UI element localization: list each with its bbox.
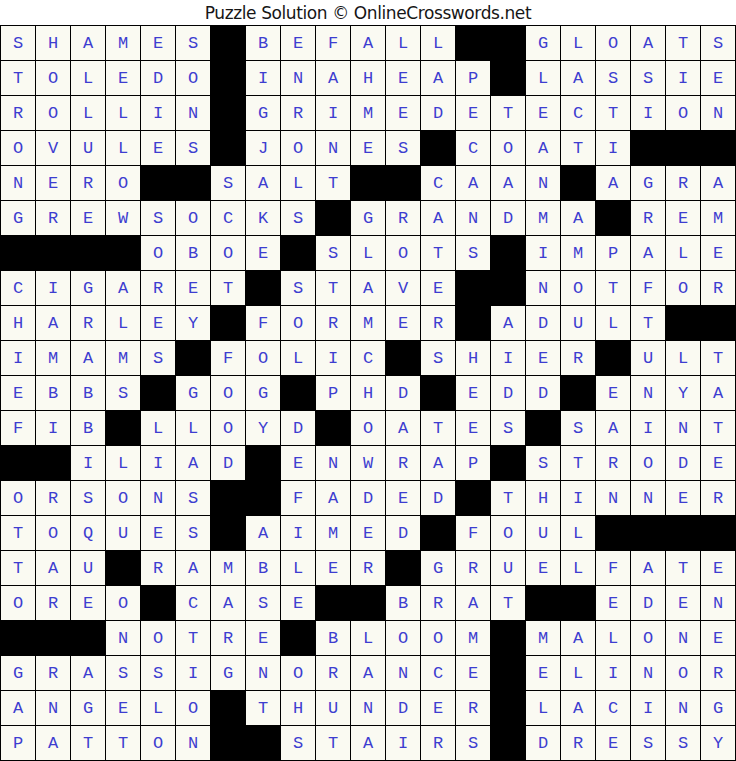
letter-cell-r20c18: C [596, 691, 631, 726]
letter-cell-r9c13: R [421, 306, 456, 341]
letter-cell-r13c10: N [316, 446, 351, 481]
letter-cell-r7c18: P [596, 236, 631, 271]
letter-cell-r2c17: A [561, 61, 596, 96]
letter-cell-r17c19: D [631, 586, 666, 621]
letter-cell-r1c12: L [386, 26, 421, 61]
letter-cell-r19c7: G [211, 656, 246, 691]
letter-cell-r6c19: R [631, 201, 666, 236]
letter-cell-r12c5: L [141, 411, 176, 446]
letter-cell-r9c10: R [316, 306, 351, 341]
letter-cell-r8c20: O [666, 271, 701, 306]
letter-cell-r5c10: T [316, 166, 351, 201]
letter-cell-r21c18: E [596, 726, 631, 761]
block-cell-r16c12 [386, 551, 421, 586]
letter-cell-r19c1: G [1, 656, 36, 691]
letter-cell-r2c18: S [596, 61, 631, 96]
letter-cell-r8c16: N [526, 271, 561, 306]
letter-cell-r7c14: S [456, 236, 491, 271]
block-cell-r4c7 [211, 131, 246, 166]
letter-cell-r12c13: T [421, 411, 456, 446]
block-cell-r12c4 [106, 411, 141, 446]
block-cell-r10c12 [386, 341, 421, 376]
letter-cell-r14c11: D [351, 481, 386, 516]
letter-cell-r13c9: E [281, 446, 316, 481]
block-cell-r10c6 [176, 341, 211, 376]
letter-cell-r7c20: L [666, 236, 701, 271]
letter-cell-r19c19: N [631, 656, 666, 691]
block-cell-r5c11 [351, 166, 386, 201]
block-cell-r21c8 [246, 726, 281, 761]
letter-cell-r21c21: Y [701, 726, 736, 761]
letter-cell-r13c7: D [211, 446, 246, 481]
letter-cell-r17c6: C [176, 586, 211, 621]
letter-cell-r21c13: R [421, 726, 456, 761]
letter-cell-r3c17: C [561, 96, 596, 131]
letter-cell-r5c7: S [211, 166, 246, 201]
letter-cell-r19c21: R [701, 656, 736, 691]
letter-cell-r8c19: F [631, 271, 666, 306]
letter-cell-r16c5: R [141, 551, 176, 586]
letter-cell-r1c8: B [246, 26, 281, 61]
letter-cell-r9c5: E [141, 306, 176, 341]
letter-cell-r19c4: S [106, 656, 141, 691]
letter-cell-r2c9: N [281, 61, 316, 96]
letter-cell-r21c12: I [386, 726, 421, 761]
letter-cell-r19c10: R [316, 656, 351, 691]
block-cell-r9c7 [211, 306, 246, 341]
letter-cell-r12c2: I [36, 411, 71, 446]
block-cell-r7c2 [36, 236, 71, 271]
letter-cell-r9c4: L [106, 306, 141, 341]
letter-cell-r18c19: O [631, 621, 666, 656]
letter-cell-r11c18: E [596, 376, 631, 411]
letter-cell-r3c21: N [701, 96, 736, 131]
letter-cell-r13c18: R [596, 446, 631, 481]
block-cell-r15c21 [701, 516, 736, 551]
letter-cell-r16c10: E [316, 551, 351, 586]
letter-cell-r4c16: A [526, 131, 561, 166]
letter-cell-r12c18: A [596, 411, 631, 446]
letter-cell-r4c10: N [316, 131, 351, 166]
letter-cell-r3c19: I [631, 96, 666, 131]
block-cell-r17c17 [561, 586, 596, 621]
letter-cell-r6c4: W [106, 201, 141, 236]
letter-cell-r16c18: F [596, 551, 631, 586]
letter-cell-r5c14: A [456, 166, 491, 201]
letter-cell-r11c14: E [456, 376, 491, 411]
block-cell-r11c13 [421, 376, 456, 411]
block-cell-r1c14 [456, 26, 491, 61]
letter-cell-r17c13: R [421, 586, 456, 621]
letter-cell-r14c6: S [176, 481, 211, 516]
letter-cell-r3c16: E [526, 96, 561, 131]
letter-cell-r16c2: A [36, 551, 71, 586]
letter-cell-r3c8: G [246, 96, 281, 131]
block-cell-r21c7 [211, 726, 246, 761]
letter-cell-r20c14: R [456, 691, 491, 726]
letter-cell-r9c16: D [526, 306, 561, 341]
letter-cell-r20c4: E [106, 691, 141, 726]
letter-cell-r1c9: E [281, 26, 316, 61]
letter-cell-r19c12: N [386, 656, 421, 691]
letter-cell-r3c2: O [36, 96, 71, 131]
letter-cell-r7c8: E [246, 236, 281, 271]
letter-cell-r5c4: O [106, 166, 141, 201]
letter-cell-r4c2: V [36, 131, 71, 166]
letter-cell-r1c11: A [351, 26, 386, 61]
letter-cell-r11c3: B [71, 376, 106, 411]
letter-cell-r1c13: L [421, 26, 456, 61]
letter-cell-r11c4: S [106, 376, 141, 411]
letter-cell-r16c6: A [176, 551, 211, 586]
letter-cell-r11c8: G [246, 376, 281, 411]
letter-cell-r13c6: A [176, 446, 211, 481]
letter-cell-r14c19: N [631, 481, 666, 516]
letter-cell-r8c10: T [316, 271, 351, 306]
letter-cell-r7c6: B [176, 236, 211, 271]
letter-cell-r10c13: S [421, 341, 456, 376]
letter-cell-r13c3: I [71, 446, 106, 481]
letter-cell-r3c12: E [386, 96, 421, 131]
letter-cell-r15c16: U [526, 516, 561, 551]
letter-cell-r3c13: D [421, 96, 456, 131]
letter-cell-r2c3: L [71, 61, 106, 96]
letter-cell-r2c16: L [526, 61, 561, 96]
letter-cell-r2c6: O [176, 61, 211, 96]
letter-cell-r2c12: E [386, 61, 421, 96]
letter-cell-r10c20: L [666, 341, 701, 376]
letter-cell-r6c15: D [491, 201, 526, 236]
letter-cell-r21c17: R [561, 726, 596, 761]
letter-cell-r5c2: E [36, 166, 71, 201]
letter-cell-r1c20: T [666, 26, 701, 61]
letter-cell-r1c17: L [561, 26, 596, 61]
block-cell-r14c14 [456, 481, 491, 516]
page-title: Puzzle Solution © OnlineCrosswords.net [0, 0, 736, 25]
block-cell-r4c19 [631, 131, 666, 166]
block-cell-r5c12 [386, 166, 421, 201]
letter-cell-r19c3: A [71, 656, 106, 691]
block-cell-r8c8 [246, 271, 281, 306]
letter-cell-r19c13: C [421, 656, 456, 691]
letter-cell-r16c3: U [71, 551, 106, 586]
letter-cell-r17c8: S [246, 586, 281, 621]
letter-cell-r14c17: I [561, 481, 596, 516]
letter-cell-r10c7: F [211, 341, 246, 376]
letter-cell-r12c12: A [386, 411, 421, 446]
letter-cell-r11c16: D [526, 376, 561, 411]
block-cell-r8c15 [491, 271, 526, 306]
block-cell-r2c15 [491, 61, 526, 96]
letter-cell-r12c3: B [71, 411, 106, 446]
letter-cell-r18c16: M [526, 621, 561, 656]
block-cell-r15c18 [596, 516, 631, 551]
block-cell-r17c11 [351, 586, 386, 621]
letter-cell-r19c11: A [351, 656, 386, 691]
letter-cell-r8c1: C [1, 271, 36, 306]
letter-cell-r21c3: T [71, 726, 106, 761]
letter-cell-r20c8: T [246, 691, 281, 726]
letter-cell-r13c19: O [631, 446, 666, 481]
letter-cell-r5c9: L [281, 166, 316, 201]
letter-cell-r3c6: N [176, 96, 211, 131]
letter-cell-r19c5: S [141, 656, 176, 691]
letter-cell-r15c12: D [386, 516, 421, 551]
letter-cell-r20c10: U [316, 691, 351, 726]
block-cell-r4c20 [666, 131, 701, 166]
block-cell-r11c5 [141, 376, 176, 411]
letter-cell-r6c2: R [36, 201, 71, 236]
letter-cell-r3c10: I [316, 96, 351, 131]
letter-cell-r6c20: E [666, 201, 701, 236]
letter-cell-r6c12: R [386, 201, 421, 236]
letter-cell-r2c21: E [701, 61, 736, 96]
letter-cell-r14c18: N [596, 481, 631, 516]
letter-cell-r5c15: A [491, 166, 526, 201]
block-cell-r18c2 [36, 621, 71, 656]
letter-cell-r2c20: I [666, 61, 701, 96]
letter-cell-r4c1: O [1, 131, 36, 166]
block-cell-r13c8 [246, 446, 281, 481]
letter-cell-r21c6: N [176, 726, 211, 761]
letter-cell-r7c13: T [421, 236, 456, 271]
letter-cell-r17c20: E [666, 586, 701, 621]
puzzle-solution-page: Puzzle Solution © OnlineCrosswords.net S… [0, 0, 736, 761]
letter-cell-r13c5: I [141, 446, 176, 481]
block-cell-r4c13 [421, 131, 456, 166]
letter-cell-r11c11: H [351, 376, 386, 411]
letter-cell-r7c19: A [631, 236, 666, 271]
block-cell-r12c10 [316, 411, 351, 446]
letter-cell-r9c19: T [631, 306, 666, 341]
block-cell-r15c13 [421, 516, 456, 551]
letter-cell-r13c13: A [421, 446, 456, 481]
letter-cell-r21c5: O [141, 726, 176, 761]
letter-cell-r17c7: A [211, 586, 246, 621]
letter-cell-r13c12: R [386, 446, 421, 481]
letter-cell-r9c8: F [246, 306, 281, 341]
block-cell-r1c7 [211, 26, 246, 61]
letter-cell-r21c11: A [351, 726, 386, 761]
block-cell-r13c15 [491, 446, 526, 481]
letter-cell-r2c10: A [316, 61, 351, 96]
letter-cell-r19c6: I [176, 656, 211, 691]
block-cell-r15c7 [211, 516, 246, 551]
letter-cell-r14c4: O [106, 481, 141, 516]
letter-cell-r2c1: T [1, 61, 36, 96]
letter-cell-r4c15: O [491, 131, 526, 166]
letter-cell-r10c10: I [316, 341, 351, 376]
letter-cell-r11c2: B [36, 376, 71, 411]
letter-cell-r14c10: A [316, 481, 351, 516]
letter-cell-r6c5: S [141, 201, 176, 236]
block-cell-r6c18 [596, 201, 631, 236]
letter-cell-r5c19: G [631, 166, 666, 201]
letter-cell-r4c18: I [596, 131, 631, 166]
letter-cell-r9c12: E [386, 306, 421, 341]
block-cell-r15c20 [666, 516, 701, 551]
block-cell-r4c21 [701, 131, 736, 166]
letter-cell-r6c8: K [246, 201, 281, 236]
letter-cell-r8c11: A [351, 271, 386, 306]
letter-cell-r13c21: E [701, 446, 736, 481]
letter-cell-r15c14: F [456, 516, 491, 551]
letter-cell-r5c16: N [526, 166, 561, 201]
letter-cell-r15c10: M [316, 516, 351, 551]
letter-cell-r15c6: S [176, 516, 211, 551]
letter-cell-r18c10: B [316, 621, 351, 656]
letter-cell-r18c6: T [176, 621, 211, 656]
letter-cell-r9c17: U [561, 306, 596, 341]
letter-cell-r8c9: S [281, 271, 316, 306]
letter-cell-r4c17: T [561, 131, 596, 166]
block-cell-r5c6 [176, 166, 211, 201]
letter-cell-r3c18: T [596, 96, 631, 131]
letter-cell-r14c13: D [421, 481, 456, 516]
letter-cell-r18c21: E [701, 621, 736, 656]
letter-cell-r8c4: A [106, 271, 141, 306]
block-cell-r15c19 [631, 516, 666, 551]
letter-cell-r3c15: T [491, 96, 526, 131]
letter-cell-r14c15: T [491, 481, 526, 516]
letter-cell-r10c3: A [71, 341, 106, 376]
letter-cell-r3c4: L [106, 96, 141, 131]
letter-cell-r9c11: M [351, 306, 386, 341]
letter-cell-r8c18: T [596, 271, 631, 306]
letter-cell-r19c16: E [526, 656, 561, 691]
block-cell-r9c14 [456, 306, 491, 341]
letter-cell-r13c20: D [666, 446, 701, 481]
letter-cell-r3c1: R [1, 96, 36, 131]
letter-cell-r14c9: F [281, 481, 316, 516]
letter-cell-r11c21: A [701, 376, 736, 411]
letter-cell-r20c20: N [666, 691, 701, 726]
letter-cell-r15c2: O [36, 516, 71, 551]
letter-cell-r9c3: R [71, 306, 106, 341]
letter-cell-r1c16: G [526, 26, 561, 61]
letter-cell-r18c13: O [421, 621, 456, 656]
letter-cell-r18c11: L [351, 621, 386, 656]
letter-cell-r10c5: S [141, 341, 176, 376]
letter-cell-r10c14: H [456, 341, 491, 376]
letter-cell-r16c13: G [421, 551, 456, 586]
letter-cell-r18c20: N [666, 621, 701, 656]
letter-cell-r20c13: E [421, 691, 456, 726]
letter-cell-r20c12: D [386, 691, 421, 726]
block-cell-r8c14 [456, 271, 491, 306]
letter-cell-r16c14: R [456, 551, 491, 586]
letter-cell-r4c8: J [246, 131, 281, 166]
letter-cell-r6c17: A [561, 201, 596, 236]
letter-cell-r14c16: H [526, 481, 561, 516]
letter-cell-r21c4: T [106, 726, 141, 761]
letter-cell-r10c8: O [246, 341, 281, 376]
letter-cell-r11c20: Y [666, 376, 701, 411]
letter-cell-r17c2: R [36, 586, 71, 621]
letter-cell-r20c1: A [1, 691, 36, 726]
letter-cell-r11c19: N [631, 376, 666, 411]
block-cell-r14c7 [211, 481, 246, 516]
letter-cell-r6c14: N [456, 201, 491, 236]
letter-cell-r6c6: O [176, 201, 211, 236]
letter-cell-r6c11: G [351, 201, 386, 236]
letter-cell-r11c12: D [386, 376, 421, 411]
letter-cell-r9c15: A [491, 306, 526, 341]
letter-cell-r9c1: H [1, 306, 36, 341]
letter-cell-r20c17: A [561, 691, 596, 726]
letter-cell-r18c14: M [456, 621, 491, 656]
letter-cell-r17c3: E [71, 586, 106, 621]
letter-cell-r10c2: M [36, 341, 71, 376]
block-cell-r13c2 [36, 446, 71, 481]
letter-cell-r12c15: S [491, 411, 526, 446]
letter-cell-r19c20: O [666, 656, 701, 691]
letter-cell-r20c6: O [176, 691, 211, 726]
letter-cell-r18c17: A [561, 621, 596, 656]
letter-cell-r6c9: S [281, 201, 316, 236]
letter-cell-r17c9: E [281, 586, 316, 621]
letter-cell-r4c12: S [386, 131, 421, 166]
letter-cell-r16c11: R [351, 551, 386, 586]
letter-cell-r13c14: P [456, 446, 491, 481]
letter-cell-r7c16: I [526, 236, 561, 271]
letter-cell-r21c9: S [281, 726, 316, 761]
letter-cell-r5c20: R [666, 166, 701, 201]
letter-cell-r13c16: S [526, 446, 561, 481]
letter-cell-r11c1: E [1, 376, 36, 411]
letter-cell-r21c20: S [666, 726, 701, 761]
letter-cell-r15c8: A [246, 516, 281, 551]
letter-cell-r12c20: N [666, 411, 701, 446]
letter-cell-r17c12: B [386, 586, 421, 621]
letter-cell-r19c14: E [456, 656, 491, 691]
letter-cell-r8c3: G [71, 271, 106, 306]
letter-cell-r11c15: D [491, 376, 526, 411]
letter-cell-r1c21: S [701, 26, 736, 61]
block-cell-r14c8 [246, 481, 281, 516]
letter-cell-r15c17: L [561, 516, 596, 551]
letter-cell-r9c6: Y [176, 306, 211, 341]
block-cell-r11c17 [561, 376, 596, 411]
letter-cell-r15c9: I [281, 516, 316, 551]
letter-cell-r8c7: T [211, 271, 246, 306]
letter-cell-r12c11: O [351, 411, 386, 446]
letter-cell-r5c3: R [71, 166, 106, 201]
letter-cell-r8c12: V [386, 271, 421, 306]
letter-cell-r17c18: E [596, 586, 631, 621]
letter-cell-r6c16: M [526, 201, 561, 236]
letter-cell-r21c10: T [316, 726, 351, 761]
letter-cell-r2c4: E [106, 61, 141, 96]
block-cell-r7c1 [1, 236, 36, 271]
letter-cell-r20c5: L [141, 691, 176, 726]
block-cell-r18c1 [1, 621, 36, 656]
letter-cell-r6c3: E [71, 201, 106, 236]
block-cell-r10c18 [596, 341, 631, 376]
letter-cell-r16c16: E [526, 551, 561, 586]
block-cell-r18c3 [71, 621, 106, 656]
letter-cell-r13c17: T [561, 446, 596, 481]
letter-cell-r18c12: O [386, 621, 421, 656]
letter-cell-r2c14: P [456, 61, 491, 96]
letter-cell-r19c17: L [561, 656, 596, 691]
letter-cell-r11c7: O [211, 376, 246, 411]
block-cell-r9c21 [701, 306, 736, 341]
letter-cell-r1c5: E [141, 26, 176, 61]
letter-cell-r7c21: E [701, 236, 736, 271]
block-cell-r7c15 [491, 236, 526, 271]
letter-cell-r18c7: R [211, 621, 246, 656]
